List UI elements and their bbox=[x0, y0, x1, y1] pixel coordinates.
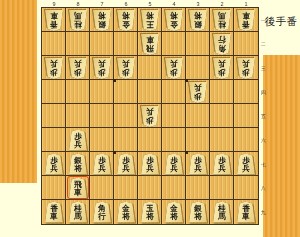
file-label-5: 5 bbox=[140, 1, 160, 7]
rank-label-4: 四 bbox=[260, 82, 266, 101]
piece-sente-pawn[interactable]: 歩兵 bbox=[92, 154, 112, 175]
piece-gote-bishop[interactable]: 角行 bbox=[212, 34, 232, 55]
piece-sente-pawn[interactable]: 歩兵 bbox=[188, 154, 208, 175]
square-48[interactable] bbox=[162, 176, 186, 200]
piece-face: 歩兵 bbox=[92, 154, 112, 175]
square-68[interactable] bbox=[114, 176, 138, 200]
piece-face: 王将 bbox=[140, 10, 160, 31]
piece-gote-pawn[interactable]: 歩兵 bbox=[68, 58, 88, 79]
piece-face: 歩兵 bbox=[44, 58, 64, 79]
square-29[interactable]: 桂馬 bbox=[210, 200, 234, 224]
square-19[interactable]: 香車 bbox=[234, 200, 258, 224]
square-42[interactable] bbox=[162, 32, 186, 56]
square-34[interactable]: 歩兵 bbox=[186, 80, 210, 104]
file-labels: 987654321 bbox=[42, 0, 258, 7]
piece-gote-gold[interactable]: 金将 bbox=[164, 10, 184, 31]
square-56[interactable] bbox=[138, 128, 162, 152]
square-61[interactable]: 金将 bbox=[114, 8, 138, 32]
gote-captured-tray bbox=[0, 0, 37, 183]
square-92[interactable] bbox=[42, 32, 66, 56]
piece-sente-knight[interactable]: 桂馬 bbox=[68, 202, 88, 223]
piece-sente-pawn[interactable]: 歩兵 bbox=[44, 154, 64, 175]
square-84[interactable] bbox=[66, 80, 90, 104]
piece-sente-lance[interactable]: 香車 bbox=[44, 202, 64, 223]
square-44[interactable] bbox=[162, 80, 186, 104]
square-73[interactable]: 歩兵 bbox=[90, 56, 114, 80]
piece-sente-bishop[interactable]: 角行 bbox=[92, 202, 112, 223]
square-39[interactable]: 銀将 bbox=[186, 200, 210, 224]
square-67[interactable]: 歩兵 bbox=[114, 152, 138, 176]
piece-face: 歩兵 bbox=[164, 58, 184, 79]
piece-face: 銀将 bbox=[188, 10, 208, 31]
piece-gote-pawn[interactable]: 歩兵 bbox=[116, 58, 136, 79]
shogi-board: 香車桂馬銀将金将王将金将銀将桂馬香車飛車角行歩兵歩兵歩兵歩兵歩兵歩兵歩兵歩兵歩兵… bbox=[41, 7, 259, 225]
piece-sente-silver[interactable]: 銀将 bbox=[188, 202, 208, 223]
piece-gote-lance[interactable]: 香車 bbox=[44, 10, 64, 31]
hoshi-dot bbox=[185, 151, 188, 154]
square-36[interactable] bbox=[186, 128, 210, 152]
piece-face: 歩兵 bbox=[212, 154, 232, 175]
piece-sente-pawn[interactable]: 歩兵 bbox=[236, 154, 256, 175]
piece-face: 歩兵 bbox=[92, 58, 112, 79]
square-74[interactable] bbox=[90, 80, 114, 104]
piece-face: 香車 bbox=[236, 10, 256, 31]
square-38[interactable] bbox=[186, 176, 210, 200]
square-78[interactable] bbox=[90, 176, 114, 200]
square-16[interactable] bbox=[234, 128, 258, 152]
square-62[interactable] bbox=[114, 32, 138, 56]
piece-face: 金将 bbox=[164, 10, 184, 31]
piece-sente-king[interactable]: 玉将 bbox=[140, 202, 160, 223]
rank-label-2: 二 bbox=[260, 34, 266, 53]
piece-face: 歩兵 bbox=[68, 58, 88, 79]
piece-sente-pawn[interactable]: 歩兵 bbox=[140, 154, 160, 175]
square-65[interactable] bbox=[114, 104, 138, 128]
piece-gote-pawn[interactable]: 歩兵 bbox=[236, 58, 256, 79]
square-45[interactable] bbox=[162, 104, 186, 128]
piece-face: 歩兵 bbox=[188, 154, 208, 175]
square-51[interactable]: 王将 bbox=[138, 8, 162, 32]
piece-gote-gold[interactable]: 金将 bbox=[116, 10, 136, 31]
square-31[interactable]: 銀将 bbox=[186, 8, 210, 32]
square-47[interactable]: 歩兵 bbox=[162, 152, 186, 176]
piece-face: 桂馬 bbox=[212, 202, 232, 223]
piece-face: 歩兵 bbox=[164, 154, 184, 175]
square-82[interactable] bbox=[66, 32, 90, 56]
piece-gote-pawn[interactable]: 歩兵 bbox=[164, 58, 184, 79]
piece-sente-knight[interactable]: 桂馬 bbox=[212, 202, 232, 223]
piece-face: 桂馬 bbox=[68, 202, 88, 223]
square-76[interactable] bbox=[90, 128, 114, 152]
piece-face: 歩兵 bbox=[188, 82, 208, 103]
square-75[interactable] bbox=[90, 104, 114, 128]
rank-label-3: 三 bbox=[260, 58, 266, 77]
piece-gote-lance[interactable]: 香車 bbox=[236, 10, 256, 31]
square-54[interactable] bbox=[138, 80, 162, 104]
square-72[interactable] bbox=[90, 32, 114, 56]
square-37[interactable]: 歩兵 bbox=[186, 152, 210, 176]
square-32[interactable] bbox=[186, 32, 210, 56]
square-55[interactable]: 歩兵 bbox=[138, 104, 162, 128]
piece-face: 歩兵 bbox=[236, 154, 256, 175]
hoshi-dot bbox=[113, 79, 116, 82]
square-77[interactable]: 歩兵 bbox=[90, 152, 114, 176]
square-83[interactable]: 歩兵 bbox=[66, 56, 90, 80]
piece-face: 香車 bbox=[236, 202, 256, 223]
square-18[interactable] bbox=[234, 176, 258, 200]
square-58[interactable] bbox=[138, 176, 162, 200]
piece-gote-knight[interactable]: 桂馬 bbox=[212, 10, 232, 31]
square-46[interactable] bbox=[162, 128, 186, 152]
square-25[interactable] bbox=[210, 104, 234, 128]
square-87[interactable]: 銀将 bbox=[66, 152, 90, 176]
square-23[interactable]: 歩兵 bbox=[210, 56, 234, 80]
square-96[interactable] bbox=[42, 128, 66, 152]
square-26[interactable] bbox=[210, 128, 234, 152]
square-11[interactable]: 香車 bbox=[234, 8, 258, 32]
square-79[interactable]: 角行 bbox=[90, 200, 114, 224]
piece-face: 歩兵 bbox=[140, 154, 160, 175]
piece-gote-pawn[interactable]: 歩兵 bbox=[44, 58, 64, 79]
square-13[interactable]: 歩兵 bbox=[234, 56, 258, 80]
shogi-app: { "game": "shogi", "turn_label": "後手番", … bbox=[0, 0, 300, 237]
square-99[interactable]: 香車 bbox=[42, 200, 66, 224]
file-label-1: 1 bbox=[236, 1, 256, 7]
piece-face: 桂馬 bbox=[68, 10, 88, 31]
piece-face: 歩兵 bbox=[44, 154, 64, 175]
rank-label-6: 六 bbox=[260, 130, 266, 149]
square-88[interactable]: 飛車 bbox=[66, 176, 90, 200]
piece-face: 香車 bbox=[44, 202, 64, 223]
piece-face: 飛車 bbox=[140, 34, 160, 55]
piece-face: 金将 bbox=[164, 202, 184, 223]
piece-face: 歩兵 bbox=[140, 106, 160, 127]
piece-face: 銀将 bbox=[188, 202, 208, 223]
piece-face: 飛車 bbox=[68, 178, 88, 199]
square-94[interactable] bbox=[42, 80, 66, 104]
square-91[interactable]: 香車 bbox=[42, 8, 66, 32]
square-43[interactable]: 歩兵 bbox=[162, 56, 186, 80]
file-label-2: 2 bbox=[212, 1, 232, 7]
piece-gote-silver[interactable]: 銀将 bbox=[92, 10, 112, 31]
square-52[interactable]: 飛車 bbox=[138, 32, 162, 56]
piece-sente-gold[interactable]: 金将 bbox=[116, 202, 136, 223]
hoshi-dot bbox=[113, 151, 116, 154]
rank-label-7: 七 bbox=[260, 154, 266, 173]
square-66[interactable] bbox=[114, 128, 138, 152]
square-98[interactable] bbox=[42, 176, 66, 200]
square-86[interactable]: 歩兵 bbox=[66, 128, 90, 152]
square-57[interactable]: 歩兵 bbox=[138, 152, 162, 176]
square-89[interactable]: 桂馬 bbox=[66, 200, 90, 224]
rank-labels: 一二三四五六七八九 bbox=[260, 8, 267, 224]
piece-face: 香車 bbox=[44, 10, 64, 31]
square-49[interactable]: 金将 bbox=[162, 200, 186, 224]
piece-face: 角行 bbox=[92, 202, 112, 223]
piece-sente-pawn[interactable]: 歩兵 bbox=[212, 154, 232, 175]
file-label-9: 9 bbox=[44, 1, 64, 7]
piece-gote-pawn[interactable]: 歩兵 bbox=[212, 58, 232, 79]
square-95[interactable] bbox=[42, 104, 66, 128]
file-label-4: 4 bbox=[164, 1, 184, 7]
square-15[interactable] bbox=[234, 104, 258, 128]
square-64[interactable] bbox=[114, 80, 138, 104]
square-71[interactable]: 銀将 bbox=[90, 8, 114, 32]
piece-gote-pawn[interactable]: 歩兵 bbox=[140, 106, 160, 127]
piece-sente-rook[interactable]: 飛車 bbox=[68, 178, 88, 199]
piece-gote-king[interactable]: 王将 bbox=[140, 10, 160, 31]
square-22[interactable]: 角行 bbox=[210, 32, 234, 56]
piece-face: 玉将 bbox=[140, 202, 160, 223]
piece-gote-pawn[interactable]: 歩兵 bbox=[92, 58, 112, 79]
piece-sente-pawn[interactable]: 歩兵 bbox=[68, 130, 88, 151]
square-85[interactable] bbox=[66, 104, 90, 128]
square-21[interactable]: 桂馬 bbox=[210, 8, 234, 32]
square-93[interactable]: 歩兵 bbox=[42, 56, 66, 80]
rank-label-5: 五 bbox=[260, 106, 266, 125]
square-27[interactable]: 歩兵 bbox=[210, 152, 234, 176]
square-24[interactable] bbox=[210, 80, 234, 104]
turn-indicator: 後手番 bbox=[262, 15, 300, 29]
square-69[interactable]: 金将 bbox=[114, 200, 138, 224]
rank-label-8: 八 bbox=[260, 178, 266, 197]
square-12[interactable] bbox=[234, 32, 258, 56]
file-label-6: 6 bbox=[116, 1, 136, 7]
file-label-8: 8 bbox=[68, 1, 88, 7]
piece-gote-knight[interactable]: 桂馬 bbox=[68, 10, 88, 31]
sente-captured-tray bbox=[263, 55, 300, 237]
square-63[interactable]: 歩兵 bbox=[114, 56, 138, 80]
square-53[interactable] bbox=[138, 56, 162, 80]
piece-gote-pawn[interactable]: 歩兵 bbox=[188, 82, 208, 103]
rank-label-9: 九 bbox=[260, 202, 266, 221]
piece-face: 歩兵 bbox=[68, 130, 88, 151]
piece-face: 金将 bbox=[116, 10, 136, 31]
rank-label-1: 一 bbox=[260, 10, 266, 29]
piece-sente-pawn[interactable]: 歩兵 bbox=[116, 154, 136, 175]
piece-face: 銀将 bbox=[92, 10, 112, 31]
square-33[interactable] bbox=[186, 56, 210, 80]
square-28[interactable] bbox=[210, 176, 234, 200]
piece-face: 歩兵 bbox=[116, 154, 136, 175]
square-14[interactable] bbox=[234, 80, 258, 104]
piece-sente-silver[interactable]: 銀将 bbox=[68, 154, 88, 175]
piece-face: 金将 bbox=[116, 202, 136, 223]
piece-face: 銀将 bbox=[68, 154, 88, 175]
file-label-3: 3 bbox=[188, 1, 208, 7]
square-81[interactable]: 桂馬 bbox=[66, 8, 90, 32]
square-59[interactable]: 玉将 bbox=[138, 200, 162, 224]
piece-face: 歩兵 bbox=[212, 58, 232, 79]
square-97[interactable]: 歩兵 bbox=[42, 152, 66, 176]
square-35[interactable] bbox=[186, 104, 210, 128]
piece-gote-silver[interactable]: 銀将 bbox=[188, 10, 208, 31]
file-label-7: 7 bbox=[92, 1, 112, 7]
piece-sente-pawn[interactable]: 歩兵 bbox=[164, 154, 184, 175]
piece-gote-rook[interactable]: 飛車 bbox=[140, 34, 160, 55]
piece-face: 歩兵 bbox=[116, 58, 136, 79]
square-41[interactable]: 金将 bbox=[162, 8, 186, 32]
piece-face: 桂馬 bbox=[212, 10, 232, 31]
piece-sente-gold[interactable]: 金将 bbox=[164, 202, 184, 223]
square-17[interactable]: 歩兵 bbox=[234, 152, 258, 176]
piece-sente-lance[interactable]: 香車 bbox=[236, 202, 256, 223]
piece-face: 角行 bbox=[212, 34, 232, 55]
piece-face: 歩兵 bbox=[236, 58, 256, 79]
hoshi-dot bbox=[185, 79, 188, 82]
